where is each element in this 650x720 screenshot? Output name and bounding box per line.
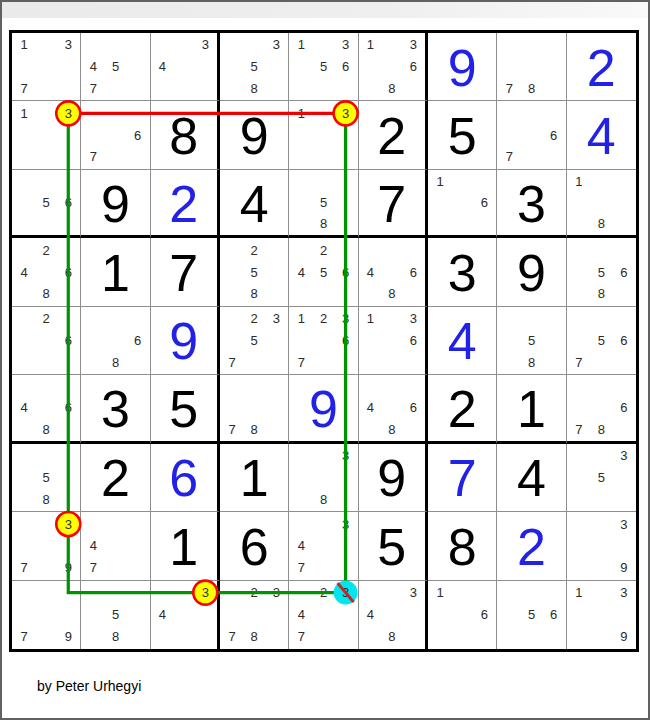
pencil-marks: 26 <box>13 308 79 373</box>
cell-r9c4[interactable]: 2378 <box>220 581 289 649</box>
candidate-slot: 4 <box>290 604 312 626</box>
candidate-slot <box>13 124 35 146</box>
candidate-slot <box>35 557 57 579</box>
cell-r2c7[interactable]: 5 <box>428 101 497 169</box>
candidate-slot <box>35 626 57 648</box>
candidate-slot: 8 <box>104 351 126 373</box>
candidate-slot <box>221 330 243 352</box>
candidate-slot <box>403 419 424 440</box>
candidate-slot: 4 <box>13 397 35 418</box>
candidate-slot <box>335 239 357 261</box>
cell-value: 2 <box>428 375 496 440</box>
candidate-slot: 4 <box>82 56 104 78</box>
cell-r8c6[interactable]: 5 <box>359 512 428 580</box>
candidate-slot: 5 <box>243 56 265 78</box>
candidate-slot <box>520 124 542 146</box>
candidate-slot <box>290 124 312 146</box>
cell-r2c1[interactable]: 13 <box>12 101 81 169</box>
toolbar-strip <box>2 2 648 18</box>
candidate-slot <box>568 192 590 213</box>
candidate-slot: 6 <box>473 604 495 626</box>
cell-r1c5[interactable]: 1356 <box>289 33 358 101</box>
candidate-slot <box>543 582 565 604</box>
candidate-slot <box>82 308 104 330</box>
cell-r5c8[interactable]: 58 <box>497 307 566 375</box>
candidate-slot <box>82 513 104 535</box>
pencil-marks: 2357 <box>221 308 287 373</box>
cell-r9c7[interactable]: 16 <box>428 581 497 649</box>
cell-r3c6[interactable]: 7 <box>359 170 428 238</box>
candidate-slot: 4 <box>360 261 381 283</box>
cell-r6c5[interactable]: 9 <box>289 375 358 443</box>
cell-r3c2[interactable]: 9 <box>81 170 150 238</box>
cell-r3c8[interactable]: 3 <box>497 170 566 238</box>
candidate-slot <box>221 376 243 397</box>
candidate-slot <box>429 192 451 213</box>
candidate-slot <box>590 171 612 192</box>
cell-r7c7[interactable]: 7 <box>428 444 497 512</box>
cell-value: 3 <box>428 238 496 305</box>
cell-r1c9[interactable]: 2 <box>567 33 636 101</box>
cell-value: 9 <box>428 33 496 100</box>
cell-r7c9[interactable]: 35 <box>567 444 636 512</box>
candidate-slot: 3 <box>195 582 216 604</box>
candidate-slot: 3 <box>57 102 79 124</box>
candidate-slot <box>568 283 590 305</box>
candidate-slot <box>543 146 565 168</box>
candidate-slot: 8 <box>520 351 542 373</box>
candidate-slot <box>221 397 243 418</box>
candidate-slot <box>13 308 35 330</box>
cell-value: 6 <box>220 512 288 579</box>
cell-r1c7[interactable]: 9 <box>428 33 497 101</box>
candidate-slot <box>613 604 635 626</box>
candidate-slot: 6 <box>57 192 79 213</box>
candidate-slot: 5 <box>243 330 265 352</box>
candidate-slot: 6 <box>335 56 357 78</box>
pencil-marks: 34 <box>152 582 216 648</box>
candidate-slot: 6 <box>543 124 565 146</box>
cell-r3c4[interactable]: 4 <box>220 170 289 238</box>
candidate-slot: 5 <box>520 330 542 352</box>
candidate-slot <box>451 626 473 648</box>
pencil-marks: 568 <box>568 239 635 304</box>
candidate-slot <box>568 604 590 626</box>
candidate-slot: 3 <box>613 513 635 535</box>
candidate-slot <box>429 626 451 648</box>
candidate-slot <box>82 34 104 56</box>
candidate-slot <box>104 582 126 604</box>
candidate-slot <box>265 376 287 397</box>
candidate-slot <box>195 604 216 626</box>
candidate-slot <box>35 102 57 124</box>
pencil-marks: 13 <box>290 102 356 167</box>
candidate-slot <box>290 56 312 78</box>
candidate-slot: 5 <box>35 192 57 213</box>
candidate-slot: 1 <box>290 34 312 56</box>
cell-r2c3[interactable]: 8 <box>151 101 220 169</box>
candidate-slot <box>403 78 424 100</box>
candidate-slot <box>13 213 35 234</box>
candidate-slot: 3 <box>265 582 287 604</box>
cell-value: 9 <box>359 444 425 511</box>
candidate-slot <box>473 582 495 604</box>
candidate-slot <box>127 626 149 648</box>
cell-r4c8[interactable]: 9 <box>497 238 566 306</box>
cell-value: 3 <box>497 170 565 235</box>
candidate-slot <box>13 192 35 213</box>
candidate-slot: 4 <box>152 56 173 78</box>
candidate-slot <box>57 604 79 626</box>
cell-r2c4[interactable]: 9 <box>220 101 289 169</box>
candidate-slot <box>312 283 334 305</box>
candidate-slot <box>335 535 357 557</box>
pencil-marks: 2378 <box>221 582 287 648</box>
candidate-slot <box>35 78 57 100</box>
candidate-slot <box>335 78 357 100</box>
candidate-slot <box>520 146 542 168</box>
candidate-slot: 6 <box>613 397 635 418</box>
candidate-slot <box>127 351 149 373</box>
candidate-slot: 6 <box>57 397 79 418</box>
candidate-slot <box>221 582 243 604</box>
candidate-slot: 4 <box>290 261 312 283</box>
candidate-slot: 7 <box>221 419 243 440</box>
cell-r7c8[interactable]: 4 <box>497 444 566 512</box>
cell-r4c3[interactable]: 7 <box>151 238 220 306</box>
cell-r4c4[interactable]: 258 <box>220 238 289 306</box>
candidate-slot <box>127 557 149 579</box>
cell-value: 9 <box>220 101 288 168</box>
cell-value: 1 <box>81 238 149 305</box>
candidate-slot: 9 <box>57 626 79 648</box>
cell-r7c3[interactable]: 6 <box>151 444 220 512</box>
cell-r7c5[interactable]: 38 <box>289 444 358 512</box>
candidate-slot <box>520 34 542 56</box>
cell-r5c5[interactable]: 12367 <box>289 307 358 375</box>
candidate-slot <box>13 604 35 626</box>
candidate-slot <box>520 56 542 78</box>
cell-value: 5 <box>151 375 217 440</box>
candidate-slot <box>13 513 35 535</box>
cell-r3c9[interactable]: 18 <box>567 170 636 238</box>
cell-r8c5[interactable]: 347 <box>289 512 358 580</box>
cell-r6c2[interactable]: 3 <box>81 375 150 443</box>
candidate-slot <box>403 239 424 261</box>
candidate-slot: 6 <box>403 397 424 418</box>
candidate-slot <box>568 626 590 648</box>
cell-r4c5[interactable]: 2456 <box>289 238 358 306</box>
candidate-slot <box>13 582 35 604</box>
pencil-marks: 67 <box>82 102 148 167</box>
candidate-slot <box>590 445 612 467</box>
candidate-slot <box>568 213 590 234</box>
candidate-slot: 5 <box>590 261 612 283</box>
cell-r6c1[interactable]: 468 <box>12 375 81 443</box>
candidate-slot <box>590 351 612 373</box>
candidate-slot: 1 <box>360 308 381 330</box>
candidate-slot <box>590 535 612 557</box>
cell-r2c8[interactable]: 67 <box>497 101 566 169</box>
candidate-slot: 8 <box>312 488 334 510</box>
cell-r9c8[interactable]: 56 <box>497 581 566 649</box>
candidate-slot: 6 <box>57 330 79 352</box>
cell-r6c8[interactable]: 1 <box>497 375 566 443</box>
candidate-slot: 6 <box>543 604 565 626</box>
candidate-slot <box>195 78 216 100</box>
candidate-slot <box>127 34 149 56</box>
cell-r3c3[interactable]: 2 <box>151 170 220 238</box>
candidate-slot <box>243 34 265 56</box>
candidate-slot: 3 <box>335 513 357 535</box>
candidate-slot <box>243 397 265 418</box>
pencil-marks: 1356 <box>290 34 356 99</box>
cell-r7c6[interactable]: 9 <box>359 444 428 512</box>
cell-r4c2[interactable]: 1 <box>81 238 150 306</box>
candidate-slot <box>221 283 243 305</box>
candidate-slot <box>590 604 612 626</box>
candidate-slot: 3 <box>335 308 357 330</box>
cell-r2c5[interactable]: 13 <box>289 101 358 169</box>
candidate-slot: 8 <box>520 78 542 100</box>
cell-r8c3[interactable]: 1 <box>151 512 220 580</box>
candidate-slot <box>195 56 216 78</box>
cell-r1c3[interactable]: 34 <box>151 33 220 101</box>
cell-r8c4[interactable]: 6 <box>220 512 289 580</box>
cell-r1c4[interactable]: 358 <box>220 33 289 101</box>
candidate-slot: 5 <box>312 192 334 213</box>
candidate-slot: 1 <box>290 102 312 124</box>
candidate-slot: 8 <box>35 419 57 440</box>
candidate-slot: 5 <box>104 56 126 78</box>
candidate-slot: 8 <box>590 213 612 234</box>
cell-r2c9[interactable]: 4 <box>567 101 636 169</box>
candidate-slot <box>57 124 79 146</box>
candidate-slot: 6 <box>335 261 357 283</box>
candidate-slot <box>613 351 635 373</box>
candidate-slot: 1 <box>360 34 381 56</box>
cell-r6c7[interactable]: 2 <box>428 375 497 443</box>
candidate-slot: 7 <box>82 146 104 168</box>
candidate-slot <box>335 466 357 488</box>
pencil-marks: 58 <box>13 445 79 510</box>
cell-r8c2[interactable]: 47 <box>81 512 150 580</box>
pencil-marks: 39 <box>568 513 635 578</box>
cell-value: 3 <box>81 375 149 440</box>
cell-r4c1[interactable]: 2468 <box>12 238 81 306</box>
candidate-slot <box>403 626 424 648</box>
cell-r1c6[interactable]: 1368 <box>359 33 428 101</box>
cell-r8c9[interactable]: 39 <box>567 512 636 580</box>
candidate-slot <box>152 78 173 100</box>
candidate-slot <box>265 351 287 373</box>
candidate-slot <box>290 445 312 467</box>
candidate-slot <box>590 513 612 535</box>
cell-value: 1 <box>497 375 565 440</box>
candidate-slot <box>520 626 542 648</box>
candidate-slot: 3 <box>265 308 287 330</box>
candidate-slot <box>57 351 79 373</box>
pencil-marks: 2347 <box>290 582 356 648</box>
cell-r6c6[interactable]: 468 <box>359 375 428 443</box>
cell-r9c3[interactable]: 34 <box>151 581 220 649</box>
candidate-slot <box>381 582 402 604</box>
pencil-marks: 137 <box>13 34 79 99</box>
cell-r8c7[interactable]: 8 <box>428 512 497 580</box>
cell-r1c2[interactable]: 457 <box>81 33 150 101</box>
candidate-slot <box>520 102 542 124</box>
candidate-slot <box>568 308 590 330</box>
cell-r9c1[interactable]: 79 <box>12 581 81 649</box>
candidate-slot <box>403 351 424 373</box>
candidate-slot <box>568 330 590 352</box>
pencil-marks: 2468 <box>13 239 79 304</box>
candidate-slot <box>335 171 357 192</box>
candidate-slot <box>265 78 287 100</box>
candidate-slot <box>568 239 590 261</box>
cell-r5c9[interactable]: 567 <box>567 307 636 375</box>
cell-value: 4 <box>220 170 288 235</box>
cell-r8c1[interactable]: 379 <box>12 512 81 580</box>
cell-value: 4 <box>497 444 565 511</box>
cell-value: 2 <box>359 101 425 168</box>
candidate-slot <box>35 261 57 283</box>
candidate-slot <box>57 419 79 440</box>
candidate-slot <box>35 124 57 146</box>
candidate-slot <box>381 261 402 283</box>
cell-r9c2[interactable]: 58 <box>81 581 150 649</box>
candidate-slot: 5 <box>590 466 612 488</box>
cell-r7c2[interactable]: 2 <box>81 444 150 512</box>
candidate-slot <box>265 419 287 440</box>
cell-r9c9[interactable]: 139 <box>567 581 636 649</box>
candidate-slot <box>35 351 57 373</box>
candidate-slot <box>590 239 612 261</box>
cell-r9c5[interactable]: 2347 <box>289 581 358 649</box>
cell-r3c1[interactable]: 56 <box>12 170 81 238</box>
pencil-marks: 56 <box>498 582 564 648</box>
cell-r9c6[interactable]: 348 <box>359 581 428 649</box>
candidate-slot <box>498 102 520 124</box>
candidate-slot <box>57 56 79 78</box>
candidate-slot: 7 <box>13 557 35 579</box>
cell-value: 9 <box>497 238 565 305</box>
cell-r3c5[interactable]: 58 <box>289 170 358 238</box>
candidate-slot: 7 <box>290 351 312 373</box>
candidate-slot: 8 <box>312 213 334 234</box>
pencil-marks: 1368 <box>360 34 424 99</box>
candidate-slot <box>152 626 173 648</box>
candidate-slot <box>312 557 334 579</box>
cell-r5c1[interactable]: 26 <box>12 307 81 375</box>
candidate-slot <box>57 582 79 604</box>
cell-value: 2 <box>497 512 565 579</box>
cell-r5c6[interactable]: 136 <box>359 307 428 375</box>
candidate-slot <box>104 146 126 168</box>
candidate-slot: 6 <box>613 261 635 283</box>
candidate-slot: 3 <box>57 513 79 535</box>
candidate-slot <box>290 488 312 510</box>
cell-r2c2[interactable]: 67 <box>81 101 150 169</box>
candidate-slot <box>173 34 194 56</box>
candidate-slot: 2 <box>243 582 265 604</box>
cell-r7c4[interactable]: 1 <box>220 444 289 512</box>
candidate-slot: 9 <box>613 626 635 648</box>
candidate-slot <box>613 488 635 510</box>
candidate-slot: 6 <box>127 124 149 146</box>
candidate-slot <box>498 124 520 146</box>
candidate-slot <box>451 192 473 213</box>
cell-r5c3[interactable]: 9 <box>151 307 220 375</box>
candidate-slot <box>568 445 590 467</box>
candidate-slot <box>543 34 565 56</box>
candidate-slot <box>35 582 57 604</box>
candidate-slot <box>173 604 194 626</box>
cell-r1c8[interactable]: 78 <box>497 33 566 101</box>
candidate-slot <box>312 445 334 467</box>
cell-r1c1[interactable]: 137 <box>12 33 81 101</box>
candidate-slot: 5 <box>590 330 612 352</box>
candidate-slot <box>360 283 381 305</box>
candidate-slot: 5 <box>520 604 542 626</box>
candidate-slot <box>290 171 312 192</box>
candidate-slot <box>543 102 565 124</box>
candidate-slot <box>104 102 126 124</box>
candidate-slot <box>13 56 35 78</box>
cell-r4c7[interactable]: 3 <box>428 238 497 306</box>
candidate-slot <box>290 513 312 535</box>
candidate-slot <box>590 308 612 330</box>
candidate-slot <box>127 535 149 557</box>
candidate-slot: 5 <box>243 261 265 283</box>
candidate-slot <box>473 171 495 192</box>
candidate-slot <box>381 308 402 330</box>
cell-r6c9[interactable]: 678 <box>567 375 636 443</box>
candidate-slot: 8 <box>590 283 612 305</box>
candidate-slot <box>590 192 612 213</box>
cell-r4c9[interactable]: 568 <box>567 238 636 306</box>
candidate-slot: 3 <box>403 308 424 330</box>
candidate-slot <box>335 604 357 626</box>
candidate-slot: 2 <box>312 239 334 261</box>
cell-r8c8[interactable]: 2 <box>497 512 566 580</box>
cell-r5c4[interactable]: 2357 <box>220 307 289 375</box>
pencil-marks: 58 <box>498 308 564 373</box>
candidate-slot <box>312 124 334 146</box>
cell-r2c6[interactable]: 2 <box>359 101 428 169</box>
candidate-slot <box>265 239 287 261</box>
candidate-slot: 4 <box>290 535 312 557</box>
candidate-slot <box>543 626 565 648</box>
cell-r6c3[interactable]: 5 <box>151 375 220 443</box>
candidate-slot <box>195 626 216 648</box>
candidate-slot <box>35 445 57 467</box>
candidate-slot <box>335 557 357 579</box>
cell-r4c6[interactable]: 468 <box>359 238 428 306</box>
candidate-slot: 1 <box>429 171 451 192</box>
cell-r6c4[interactable]: 78 <box>220 375 289 443</box>
cell-r5c7[interactable]: 4 <box>428 307 497 375</box>
candidate-slot: 6 <box>127 330 149 352</box>
cell-r5c2[interactable]: 68 <box>81 307 150 375</box>
cell-value: 2 <box>81 444 149 511</box>
candidate-slot <box>265 56 287 78</box>
candidate-slot: 7 <box>13 626 35 648</box>
cell-r3c7[interactable]: 16 <box>428 170 497 238</box>
cell-r7c1[interactable]: 58 <box>12 444 81 512</box>
candidate-slot: 2 <box>35 239 57 261</box>
candidate-slot <box>35 213 57 234</box>
